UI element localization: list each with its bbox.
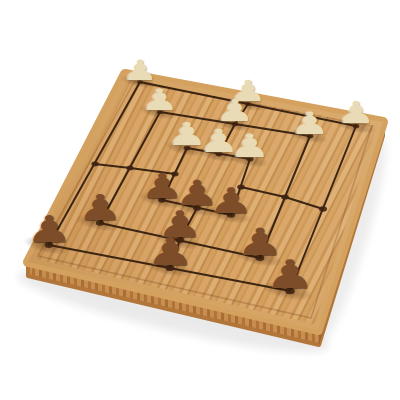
white-peg-glyph: ♟ bbox=[141, 85, 179, 115]
black-peg-glyph: ♟ bbox=[209, 183, 254, 218]
black-peg-glyph: ♟ bbox=[146, 233, 195, 271]
white-peg-glyph: ♟ bbox=[337, 98, 376, 128]
black-peg-glyph: ♟ bbox=[265, 255, 315, 295]
white-peg-glyph: ♟ bbox=[122, 57, 158, 85]
product-photo-stage: ♟♟♟♟♟♟♟♟♟♟♟♟♟♟♟♟♟♟ bbox=[0, 0, 400, 400]
pegs-layer: ♟♟♟♟♟♟♟♟♟♟♟♟♟♟♟♟♟♟ bbox=[0, 0, 400, 400]
black-peg-glyph: ♟ bbox=[25, 211, 72, 248]
white-peg-glyph: ♟ bbox=[230, 130, 271, 162]
black-peg-glyph: ♟ bbox=[77, 190, 123, 226]
white-peg-glyph: ♟ bbox=[290, 108, 329, 139]
